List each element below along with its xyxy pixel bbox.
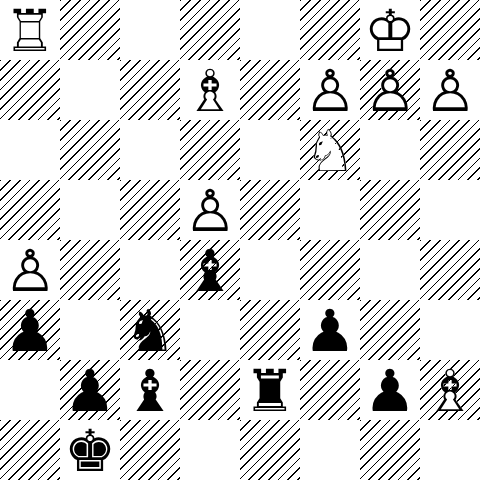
square-d1[interactable] xyxy=(180,420,240,480)
square-h6[interactable] xyxy=(420,120,480,180)
square-b8[interactable] xyxy=(60,0,120,60)
square-g3[interactable] xyxy=(360,300,420,360)
square-d2[interactable] xyxy=(180,360,240,420)
square-g6[interactable] xyxy=(360,120,420,180)
square-a2[interactable] xyxy=(0,360,60,420)
square-c1[interactable] xyxy=(120,420,180,480)
square-g5[interactable] xyxy=(360,180,420,240)
square-e4[interactable] xyxy=(240,240,300,300)
square-d5[interactable]: ♟♙ xyxy=(180,180,240,240)
square-f4[interactable] xyxy=(300,240,360,300)
square-d7[interactable]: ♝♗ xyxy=(180,60,240,120)
square-e8[interactable] xyxy=(240,0,300,60)
square-c3[interactable]: ♞ xyxy=(120,300,180,360)
black-bishop[interactable]: ♝ xyxy=(120,360,180,420)
square-g7[interactable]: ♟♙ xyxy=(360,60,420,120)
square-f7[interactable]: ♟♙ xyxy=(300,60,360,120)
white-pawn[interactable]: ♙ xyxy=(360,60,420,120)
black-rook[interactable]: ♜ xyxy=(240,360,300,420)
square-f3[interactable]: ♟ xyxy=(300,300,360,360)
black-pawn[interactable]: ♟ xyxy=(0,300,60,360)
square-h7[interactable]: ♟♙ xyxy=(420,60,480,120)
white-bishop[interactable]: ♗ xyxy=(420,360,480,420)
square-a8[interactable]: ♜♖ xyxy=(0,0,60,60)
square-g2[interactable]: ♟ xyxy=(360,360,420,420)
square-f5[interactable] xyxy=(300,180,360,240)
square-c2[interactable]: ♝ xyxy=(120,360,180,420)
square-h3[interactable] xyxy=(420,300,480,360)
square-a5[interactable] xyxy=(0,180,60,240)
square-f1[interactable] xyxy=(300,420,360,480)
black-knight[interactable]: ♞ xyxy=(120,300,180,360)
square-d8[interactable] xyxy=(180,0,240,60)
white-pawn[interactable]: ♙ xyxy=(420,60,480,120)
square-h5[interactable] xyxy=(420,180,480,240)
square-g1[interactable] xyxy=(360,420,420,480)
white-knight[interactable]: ♘ xyxy=(300,120,360,180)
square-b7[interactable] xyxy=(60,60,120,120)
white-king[interactable]: ♔ xyxy=(360,0,420,60)
square-g4[interactable] xyxy=(360,240,420,300)
square-h2[interactable]: ♝♗ xyxy=(420,360,480,420)
square-e2[interactable]: ♜ xyxy=(240,360,300,420)
white-pawn[interactable]: ♙ xyxy=(300,60,360,120)
square-a1[interactable] xyxy=(0,420,60,480)
square-b3[interactable] xyxy=(60,300,120,360)
white-rook[interactable]: ♖ xyxy=(0,0,60,60)
white-pawn[interactable]: ♙ xyxy=(0,240,60,300)
square-a6[interactable] xyxy=(0,120,60,180)
square-f8[interactable] xyxy=(300,0,360,60)
square-a7[interactable] xyxy=(0,60,60,120)
square-g8[interactable]: ♚♔ xyxy=(360,0,420,60)
square-c8[interactable] xyxy=(120,0,180,60)
black-bishop[interactable]: ♝ xyxy=(180,240,240,300)
square-b1[interactable]: ♚ xyxy=(60,420,120,480)
square-c5[interactable] xyxy=(120,180,180,240)
square-d6[interactable] xyxy=(180,120,240,180)
square-h8[interactable] xyxy=(420,0,480,60)
square-e1[interactable] xyxy=(240,420,300,480)
square-e5[interactable] xyxy=(240,180,300,240)
black-pawn[interactable]: ♟ xyxy=(60,360,120,420)
square-h1[interactable] xyxy=(420,420,480,480)
square-c6[interactable] xyxy=(120,120,180,180)
square-f2[interactable] xyxy=(300,360,360,420)
square-b5[interactable] xyxy=(60,180,120,240)
chess-board: ♜♖♚♔♝♗♟♙♟♙♟♙♞♘♟♙♟♙♝♟♞♟♟♝♜♟♝♗♚ xyxy=(0,0,480,480)
white-pawn[interactable]: ♙ xyxy=(180,180,240,240)
square-c4[interactable] xyxy=(120,240,180,300)
square-e3[interactable] xyxy=(240,300,300,360)
square-c7[interactable] xyxy=(120,60,180,120)
black-king[interactable]: ♚ xyxy=(60,420,120,480)
square-d4[interactable]: ♝ xyxy=(180,240,240,300)
square-a3[interactable]: ♟ xyxy=(0,300,60,360)
white-bishop[interactable]: ♗ xyxy=(180,60,240,120)
square-f6[interactable]: ♞♘ xyxy=(300,120,360,180)
square-e7[interactable] xyxy=(240,60,300,120)
square-e6[interactable] xyxy=(240,120,300,180)
square-b2[interactable]: ♟ xyxy=(60,360,120,420)
square-h4[interactable] xyxy=(420,240,480,300)
square-a4[interactable]: ♟♙ xyxy=(0,240,60,300)
black-pawn[interactable]: ♟ xyxy=(360,360,420,420)
square-b4[interactable] xyxy=(60,240,120,300)
square-b6[interactable] xyxy=(60,120,120,180)
black-pawn[interactable]: ♟ xyxy=(300,300,360,360)
square-d3[interactable] xyxy=(180,300,240,360)
